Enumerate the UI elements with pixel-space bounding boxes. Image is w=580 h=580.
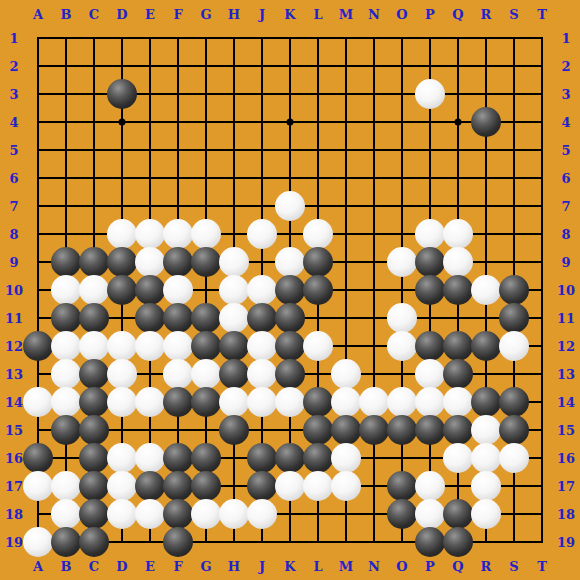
column-label-bottom: D [116, 559, 127, 574]
column-label-bottom: F [173, 559, 182, 574]
stone-white-B18 [51, 499, 81, 529]
stone-black-E10 [135, 275, 165, 305]
stone-black-J11 [247, 303, 277, 333]
column-label-bottom: M [339, 559, 353, 574]
row-label-left: 8 [9, 227, 18, 242]
stone-black-O15 [387, 415, 417, 445]
column-label-bottom: Q [452, 559, 463, 574]
stone-black-F14 [163, 387, 193, 417]
stone-black-C18 [79, 499, 109, 529]
row-label-left: 17 [5, 479, 23, 494]
stone-white-L17 [303, 471, 333, 501]
stone-black-C15 [79, 415, 109, 445]
column-label-top: N [368, 7, 380, 22]
stone-black-H12 [219, 331, 249, 361]
star-point [455, 119, 462, 126]
stone-black-G9 [191, 247, 221, 277]
column-label-top: J [259, 7, 265, 22]
row-label-left: 11 [5, 311, 23, 326]
stone-white-B10 [51, 275, 81, 305]
row-label-left: 4 [9, 115, 18, 130]
stone-black-P19 [415, 527, 445, 557]
stone-black-Q10 [443, 275, 473, 305]
stone-white-K14 [275, 387, 305, 417]
stone-black-Q13 [443, 359, 473, 389]
stone-white-E12 [135, 331, 165, 361]
stone-white-L12 [303, 331, 333, 361]
stone-white-B12 [51, 331, 81, 361]
stone-white-O12 [387, 331, 417, 361]
stone-white-M17 [331, 471, 361, 501]
stone-white-J18 [247, 499, 277, 529]
stone-white-D12 [107, 331, 137, 361]
row-label-left: 3 [9, 87, 18, 102]
stone-black-F11 [163, 303, 193, 333]
column-label-top: G [200, 7, 211, 22]
stone-black-Q12 [443, 331, 473, 361]
row-label-right: 12 [557, 339, 575, 354]
stone-white-D17 [107, 471, 137, 501]
stone-black-N15 [359, 415, 389, 445]
stone-black-S15 [499, 415, 529, 445]
column-label-top: K [284, 7, 295, 22]
stone-white-P14 [415, 387, 445, 417]
row-label-left: 10 [5, 283, 23, 298]
stone-white-A17 [23, 471, 53, 501]
stone-white-M13 [331, 359, 361, 389]
row-label-right: 14 [557, 395, 575, 410]
stone-white-Q9 [443, 247, 473, 277]
stone-black-F16 [163, 443, 193, 473]
column-label-top: P [425, 7, 435, 22]
star-point [119, 119, 126, 126]
column-label-bottom: O [396, 559, 407, 574]
stone-white-P17 [415, 471, 445, 501]
row-label-left: 7 [9, 199, 18, 214]
row-label-right: 5 [561, 143, 570, 158]
stone-black-O18 [387, 499, 417, 529]
stone-white-J10 [247, 275, 277, 305]
stone-black-C19 [79, 527, 109, 557]
stone-black-L15 [303, 415, 333, 445]
stone-white-H14 [219, 387, 249, 417]
column-label-bottom: K [284, 559, 295, 574]
column-label-top: T [537, 7, 547, 22]
row-label-right: 4 [561, 115, 570, 130]
column-label-bottom: N [368, 559, 380, 574]
stone-white-R16 [471, 443, 501, 473]
stone-white-J12 [247, 331, 277, 361]
go-board[interactable]: AABBCCDDEEFFGGHHJJKKLLMMNNOOPPQQRRSSTT11… [0, 0, 580, 580]
column-label-top: A [33, 7, 43, 22]
stone-white-P8 [415, 219, 445, 249]
stone-black-L14 [303, 387, 333, 417]
stone-black-S14 [499, 387, 529, 417]
stone-white-M14 [331, 387, 361, 417]
row-label-right: 11 [557, 311, 575, 326]
stone-white-F13 [163, 359, 193, 389]
stone-black-C13 [79, 359, 109, 389]
row-label-left: 18 [5, 507, 23, 522]
stone-white-J13 [247, 359, 277, 389]
row-label-left: 12 [5, 339, 23, 354]
row-label-right: 15 [557, 423, 575, 438]
stone-black-E11 [135, 303, 165, 333]
stone-black-D9 [107, 247, 137, 277]
stone-white-N14 [359, 387, 389, 417]
stone-black-A16 [23, 443, 53, 473]
stone-white-B13 [51, 359, 81, 389]
stone-black-S10 [499, 275, 529, 305]
column-label-top: L [313, 7, 322, 22]
stone-white-M16 [331, 443, 361, 473]
stone-black-M15 [331, 415, 361, 445]
stone-white-F10 [163, 275, 193, 305]
stone-black-J16 [247, 443, 277, 473]
row-label-right: 18 [557, 507, 575, 522]
stone-black-B11 [51, 303, 81, 333]
stone-black-G17 [191, 471, 221, 501]
row-label-right: 16 [557, 451, 575, 466]
stone-black-G16 [191, 443, 221, 473]
stone-black-C9 [79, 247, 109, 277]
stone-white-B14 [51, 387, 81, 417]
stone-white-R18 [471, 499, 501, 529]
column-label-bottom: A [33, 559, 43, 574]
stone-black-L10 [303, 275, 333, 305]
stone-black-D10 [107, 275, 137, 305]
row-label-left: 16 [5, 451, 23, 466]
row-label-right: 7 [561, 199, 570, 214]
row-label-right: 10 [557, 283, 575, 298]
row-label-left: 14 [5, 395, 23, 410]
column-label-bottom: B [61, 559, 72, 574]
row-label-left: 2 [9, 59, 18, 74]
stone-white-G18 [191, 499, 221, 529]
grid-line-vertical [373, 37, 375, 543]
stone-white-S12 [499, 331, 529, 361]
stone-white-D14 [107, 387, 137, 417]
stone-white-Q8 [443, 219, 473, 249]
stone-black-Q19 [443, 527, 473, 557]
stone-black-K16 [275, 443, 305, 473]
stone-white-E18 [135, 499, 165, 529]
row-label-right: 6 [561, 171, 570, 186]
column-label-top: F [173, 7, 182, 22]
stone-black-H13 [219, 359, 249, 389]
column-label-top: S [509, 7, 518, 22]
stone-white-R15 [471, 415, 501, 445]
stone-white-H9 [219, 247, 249, 277]
stone-white-F8 [163, 219, 193, 249]
stone-white-Q14 [443, 387, 473, 417]
stone-white-P3 [415, 79, 445, 109]
stone-white-C10 [79, 275, 109, 305]
stone-black-L16 [303, 443, 333, 473]
grid-line-vertical [401, 37, 403, 543]
stone-white-D8 [107, 219, 137, 249]
stone-black-L9 [303, 247, 333, 277]
column-label-top: H [228, 7, 240, 22]
stone-black-R12 [471, 331, 501, 361]
stone-black-K11 [275, 303, 305, 333]
stone-black-F9 [163, 247, 193, 277]
stone-white-P18 [415, 499, 445, 529]
column-label-bottom: P [425, 559, 435, 574]
stone-black-R14 [471, 387, 501, 417]
stone-white-E8 [135, 219, 165, 249]
column-label-top: M [339, 7, 353, 22]
row-label-left: 1 [9, 31, 18, 46]
stone-black-K13 [275, 359, 305, 389]
column-label-bottom: R [481, 559, 492, 574]
row-label-left: 13 [5, 367, 23, 382]
stone-white-R10 [471, 275, 501, 305]
column-label-bottom: J [259, 559, 265, 574]
stone-black-C14 [79, 387, 109, 417]
stone-black-G12 [191, 331, 221, 361]
stone-black-O17 [387, 471, 417, 501]
stone-white-A19 [23, 527, 53, 557]
column-label-top: R [481, 7, 492, 22]
row-label-left: 5 [9, 143, 18, 158]
stone-black-D3 [107, 79, 137, 109]
column-label-top: E [145, 7, 155, 22]
column-label-bottom: S [509, 559, 518, 574]
stone-black-P9 [415, 247, 445, 277]
stone-white-H18 [219, 499, 249, 529]
stone-black-F17 [163, 471, 193, 501]
column-label-top: D [116, 7, 127, 22]
stone-black-P12 [415, 331, 445, 361]
stone-white-L8 [303, 219, 333, 249]
column-label-bottom: T [537, 559, 547, 574]
stone-black-H15 [219, 415, 249, 445]
row-label-right: 2 [561, 59, 570, 74]
stone-white-Q16 [443, 443, 473, 473]
stone-white-F12 [163, 331, 193, 361]
stone-black-E17 [135, 471, 165, 501]
stone-black-B15 [51, 415, 81, 445]
column-label-top: Q [452, 7, 463, 22]
stone-white-A14 [23, 387, 53, 417]
row-label-right: 17 [557, 479, 575, 494]
stone-white-K7 [275, 191, 305, 221]
stone-white-D16 [107, 443, 137, 473]
stone-black-Q18 [443, 499, 473, 529]
stone-white-G8 [191, 219, 221, 249]
row-label-right: 1 [561, 31, 570, 46]
stone-white-O9 [387, 247, 417, 277]
row-label-left: 19 [5, 535, 23, 550]
stone-white-R17 [471, 471, 501, 501]
stone-white-H10 [219, 275, 249, 305]
row-label-left: 6 [9, 171, 18, 186]
column-label-bottom: L [313, 559, 322, 574]
stone-white-H11 [219, 303, 249, 333]
stone-black-G11 [191, 303, 221, 333]
column-label-bottom: E [145, 559, 155, 574]
stone-black-F18 [163, 499, 193, 529]
row-label-right: 13 [557, 367, 575, 382]
stone-black-Q15 [443, 415, 473, 445]
stone-black-C11 [79, 303, 109, 333]
row-label-right: 3 [561, 87, 570, 102]
stone-black-J17 [247, 471, 277, 501]
stone-white-P13 [415, 359, 445, 389]
stone-black-G14 [191, 387, 221, 417]
row-label-left: 15 [5, 423, 23, 438]
stone-white-K9 [275, 247, 305, 277]
row-label-left: 9 [9, 255, 18, 270]
column-label-bottom: G [200, 559, 211, 574]
stone-black-F19 [163, 527, 193, 557]
column-label-bottom: C [89, 559, 99, 574]
go-game-screen: AABBCCDDEEFFGGHHJJKKLLMMNNOOPPQQRRSSTT11… [0, 0, 580, 580]
row-label-right: 9 [561, 255, 570, 270]
column-label-bottom: H [228, 559, 240, 574]
stone-white-O11 [387, 303, 417, 333]
stone-white-B17 [51, 471, 81, 501]
stone-black-C16 [79, 443, 109, 473]
stone-black-K10 [275, 275, 305, 305]
stone-white-E9 [135, 247, 165, 277]
stone-white-G13 [191, 359, 221, 389]
stone-white-J8 [247, 219, 277, 249]
stone-white-K17 [275, 471, 305, 501]
stone-black-B19 [51, 527, 81, 557]
stone-black-R4 [471, 107, 501, 137]
stone-white-S16 [499, 443, 529, 473]
stone-white-J14 [247, 387, 277, 417]
stone-white-C12 [79, 331, 109, 361]
stone-white-E14 [135, 387, 165, 417]
stone-white-O14 [387, 387, 417, 417]
stone-white-D18 [107, 499, 137, 529]
column-label-top: O [396, 7, 407, 22]
stone-white-D13 [107, 359, 137, 389]
stone-black-P15 [415, 415, 445, 445]
stone-black-B9 [51, 247, 81, 277]
stone-black-P10 [415, 275, 445, 305]
grid-line-vertical [541, 37, 543, 543]
row-label-right: 19 [557, 535, 575, 550]
column-label-top: C [89, 7, 99, 22]
stone-black-A12 [23, 331, 53, 361]
stone-black-K12 [275, 331, 305, 361]
star-point [287, 119, 294, 126]
stone-white-E16 [135, 443, 165, 473]
stone-black-S11 [499, 303, 529, 333]
stone-black-C17 [79, 471, 109, 501]
row-label-right: 8 [561, 227, 570, 242]
column-label-top: B [61, 7, 72, 22]
